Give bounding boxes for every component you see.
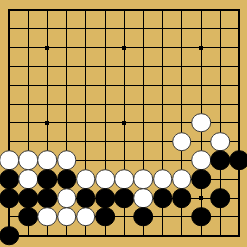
go-stone-white: ●	[57, 151, 77, 171]
star-point	[199, 196, 203, 200]
stone-glyph: ●	[62, 193, 72, 204]
go-stone-black: ●	[153, 188, 173, 208]
go-stone-black: ●	[172, 188, 192, 208]
go-stone-black: ●	[191, 207, 211, 227]
stone-glyph: ●	[196, 155, 206, 166]
star-point	[199, 46, 203, 50]
go-stone-white: ●	[76, 169, 96, 189]
star-point	[45, 121, 49, 125]
stone-glyph: ●	[158, 174, 168, 185]
stone-glyph: ●	[100, 211, 110, 222]
stone-glyph: ●	[23, 211, 33, 222]
star-point	[122, 121, 126, 125]
go-stone-black: ●	[134, 207, 154, 227]
grid-line-horizontal	[8, 235, 240, 237]
go-stone-black: ●	[0, 169, 19, 189]
go-stone-white: ●	[95, 169, 115, 189]
stone-glyph: ●	[23, 155, 33, 166]
star-point	[122, 46, 126, 50]
go-stone-black: ●	[210, 151, 230, 171]
stone-glyph: ●	[62, 211, 72, 222]
stone-glyph: ●	[100, 193, 110, 204]
go-stone-white: ●	[134, 169, 154, 189]
stone-glyph: ●	[4, 174, 14, 185]
go-stone-black: ●	[210, 188, 230, 208]
go-stone-white: ●	[210, 132, 230, 152]
stone-glyph: ●	[177, 174, 187, 185]
stone-glyph: ●	[196, 211, 206, 222]
stone-glyph: ●	[139, 193, 149, 204]
go-stone-white: ●	[18, 169, 38, 189]
stone-glyph: ●	[235, 155, 245, 166]
go-stone-white: ●	[172, 169, 192, 189]
stone-glyph: ●	[23, 174, 33, 185]
go-stone-white: ●	[57, 188, 77, 208]
stone-glyph: ●	[215, 136, 225, 147]
stone-glyph: ●	[81, 211, 91, 222]
stone-glyph: ●	[4, 155, 14, 166]
stone-glyph: ●	[215, 155, 225, 166]
stone-glyph: ●	[177, 193, 187, 204]
go-stone-black: ●	[18, 207, 38, 227]
star-point	[45, 46, 49, 50]
go-stone-black: ●	[76, 188, 96, 208]
stone-glyph: ●	[119, 174, 129, 185]
grid-line-vertical	[238, 9, 240, 237]
go-stone-white: ●	[191, 113, 211, 133]
go-stone-black: ●	[38, 169, 58, 189]
stone-glyph: ●	[100, 174, 110, 185]
stone-glyph: ●	[119, 193, 129, 204]
stone-glyph: ●	[139, 211, 149, 222]
stone-glyph: ●	[4, 230, 14, 241]
go-stone-black: ●	[38, 188, 58, 208]
stone-glyph: ●	[158, 193, 168, 204]
go-stone-black: ●	[0, 226, 19, 246]
stone-glyph: ●	[43, 211, 53, 222]
go-stone-white: ●	[38, 151, 58, 171]
stone-glyph: ●	[23, 193, 33, 204]
go-stone-white: ●	[38, 207, 58, 227]
go-stone-white: ●	[172, 132, 192, 152]
go-stone-black: ●	[57, 169, 77, 189]
go-stone-black: ●	[95, 188, 115, 208]
go-stone-white: ●	[134, 188, 154, 208]
go-stone-black: ●	[191, 169, 211, 189]
go-stone-white: ●	[191, 151, 211, 171]
go-stone-black: ●	[18, 188, 38, 208]
go-stone-white: ●	[114, 169, 134, 189]
go-stone-black: ●	[230, 151, 247, 171]
go-stone-white: ●	[0, 151, 19, 171]
stone-glyph: ●	[196, 174, 206, 185]
go-stone-white: ●	[153, 169, 173, 189]
stone-glyph: ●	[62, 155, 72, 166]
go-stone-black: ●	[0, 188, 19, 208]
stone-glyph: ●	[62, 174, 72, 185]
go-board-diagram: ●●●●●●●●●●●●●●●●●●●●●●●●●●●●●●●●●●●●●●●●	[0, 0, 247, 247]
stone-glyph: ●	[177, 136, 187, 147]
go-stone-black: ●	[95, 207, 115, 227]
go-stone-white: ●	[18, 151, 38, 171]
stone-glyph: ●	[43, 174, 53, 185]
stone-glyph: ●	[43, 193, 53, 204]
stone-glyph: ●	[139, 174, 149, 185]
grid-line-horizontal	[8, 141, 240, 142]
stone-glyph: ●	[196, 117, 206, 128]
stone-glyph: ●	[215, 193, 225, 204]
go-stone-black: ●	[114, 188, 134, 208]
go-stone-white: ●	[76, 207, 96, 227]
stone-glyph: ●	[81, 193, 91, 204]
stone-glyph: ●	[81, 174, 91, 185]
go-stone-white: ●	[57, 207, 77, 227]
stone-glyph: ●	[4, 193, 14, 204]
stone-glyph: ●	[43, 155, 53, 166]
